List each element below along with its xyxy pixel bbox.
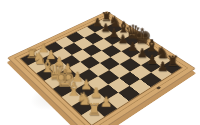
chess-board: ♜♟♟♜♞♟♟♞♝♟♟♝♛♟♟♛♚♟♟♚♝♟♟♝♞♟♟♞♜♟♟♜ xyxy=(7,11,196,125)
chess-set-photo: ♜♟♟♜♞♟♟♞♝♟♟♝♛♟♟♛♚♟♟♚♝♟♟♝♞♟♟♞♜♟♟♜ xyxy=(0,0,200,125)
board-grid: ♜♟♟♜♞♟♟♞♝♟♟♝♛♟♟♛♚♟♟♚♝♟♟♝♞♟♟♞♜♟♟♜ xyxy=(21,17,182,124)
board-square: ♜ xyxy=(81,107,104,124)
chess-piece-white-rook: ♜ xyxy=(78,100,110,116)
chess-piece-black-pawn: ♟ xyxy=(148,61,177,74)
perspective-wrapper: ♜♟♟♜♞♟♟♞♝♟♟♝♛♟♟♛♚♟♟♚♝♟♟♝♞♟♟♞♜♟♟♜ xyxy=(0,0,200,125)
clasp-icon xyxy=(156,86,161,89)
